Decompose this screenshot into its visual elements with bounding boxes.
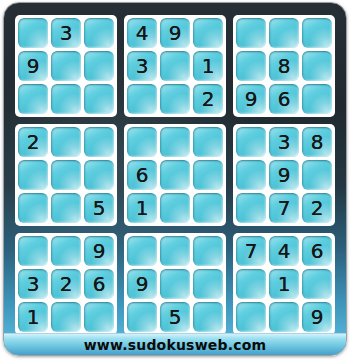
board-frame: 3949312896256138972932619574619 www.sudo… [3, 2, 347, 356]
cell-r6c9[interactable]: 2 [302, 193, 332, 223]
cell-r9c3[interactable] [84, 302, 114, 332]
cell-r7c7[interactable]: 7 [236, 236, 266, 266]
digit: 7 [278, 198, 291, 218]
digit: 6 [311, 241, 324, 261]
cell-r4c7[interactable] [236, 127, 266, 157]
cell-r3c6[interactable]: 2 [193, 84, 223, 114]
cell-r5c7[interactable] [236, 160, 266, 190]
digit: 4 [136, 23, 149, 43]
cell-r9c7[interactable] [236, 302, 266, 332]
cell-r8c3[interactable]: 6 [84, 269, 114, 299]
cell-r8c5[interactable] [160, 269, 190, 299]
box-3-1: 93261 [15, 233, 117, 335]
cell-r3c7[interactable]: 9 [236, 84, 266, 114]
cell-r2c4[interactable]: 3 [127, 51, 157, 81]
cell-r3c2[interactable] [51, 84, 81, 114]
cell-r9c5[interactable]: 5 [160, 302, 190, 332]
cell-r3c5[interactable] [160, 84, 190, 114]
cell-r7c2[interactable] [51, 236, 81, 266]
cell-r1c9[interactable] [302, 18, 332, 48]
box-1-1: 39 [15, 15, 117, 117]
cell-r2c3[interactable] [84, 51, 114, 81]
page: 3949312896256138972932619574619 www.sudo… [0, 0, 350, 360]
digit: 2 [60, 274, 73, 294]
cell-r4c5[interactable] [160, 127, 190, 157]
cell-r5c6[interactable] [193, 160, 223, 190]
digit: 2 [27, 132, 40, 152]
cell-r6c5[interactable] [160, 193, 190, 223]
digit: 9 [27, 56, 40, 76]
digit: 2 [202, 89, 215, 109]
cell-r8c2[interactable]: 2 [51, 269, 81, 299]
cell-r1c3[interactable] [84, 18, 114, 48]
digit: 1 [27, 307, 40, 327]
site-link[interactable]: www.sudokusweb.com [84, 337, 267, 353]
digit: 6 [278, 89, 291, 109]
cell-r5c5[interactable] [160, 160, 190, 190]
digit: 3 [136, 56, 149, 76]
cell-r3c9[interactable] [302, 84, 332, 114]
cell-r7c9[interactable]: 6 [302, 236, 332, 266]
cell-r8c4[interactable]: 9 [127, 269, 157, 299]
cell-r7c6[interactable] [193, 236, 223, 266]
cell-r7c8[interactable]: 4 [269, 236, 299, 266]
cell-r2c9[interactable] [302, 51, 332, 81]
digit: 1 [202, 56, 215, 76]
cell-r9c4[interactable] [127, 302, 157, 332]
cell-r7c1[interactable] [18, 236, 48, 266]
cell-r7c5[interactable] [160, 236, 190, 266]
digit: 9 [278, 165, 291, 185]
digit: 3 [60, 23, 73, 43]
digit: 6 [136, 165, 149, 185]
box-1-3: 896 [233, 15, 335, 117]
cell-r8c6[interactable] [193, 269, 223, 299]
cell-r9c8[interactable] [269, 302, 299, 332]
digit: 9 [169, 23, 182, 43]
box-1-2: 49312 [124, 15, 226, 117]
cell-r1c5[interactable]: 9 [160, 18, 190, 48]
cell-r6c8[interactable]: 7 [269, 193, 299, 223]
cell-r5c8[interactable]: 9 [269, 160, 299, 190]
digit: 9 [245, 89, 258, 109]
cell-r2c8[interactable]: 8 [269, 51, 299, 81]
digit: 3 [278, 132, 291, 152]
box-2-2: 61 [124, 124, 226, 226]
digit: 9 [93, 241, 106, 261]
cell-r2c2[interactable] [51, 51, 81, 81]
cell-r7c4[interactable] [127, 236, 157, 266]
cell-r3c8[interactable]: 6 [269, 84, 299, 114]
digit: 9 [136, 274, 149, 294]
cell-r6c4[interactable]: 1 [127, 193, 157, 223]
cell-r8c7[interactable] [236, 269, 266, 299]
cell-r6c1[interactable] [18, 193, 48, 223]
cell-r1c6[interactable] [193, 18, 223, 48]
cell-r6c7[interactable] [236, 193, 266, 223]
cell-r4c4[interactable] [127, 127, 157, 157]
cell-r3c1[interactable] [18, 84, 48, 114]
cell-r5c4[interactable]: 6 [127, 160, 157, 190]
cell-r7c3[interactable]: 9 [84, 236, 114, 266]
digit: 5 [169, 307, 182, 327]
cell-r2c7[interactable] [236, 51, 266, 81]
cell-r9c1[interactable]: 1 [18, 302, 48, 332]
box-2-3: 38972 [233, 124, 335, 226]
digit: 5 [93, 198, 106, 218]
digit: 3 [27, 274, 40, 294]
cell-r6c3[interactable]: 5 [84, 193, 114, 223]
cell-r6c6[interactable] [193, 193, 223, 223]
cell-r6c2[interactable] [51, 193, 81, 223]
digit: 1 [136, 198, 149, 218]
digit: 2 [311, 198, 324, 218]
cell-r5c1[interactable] [18, 160, 48, 190]
cell-r3c3[interactable] [84, 84, 114, 114]
footer-bar: www.sudokusweb.com [4, 333, 346, 355]
cell-r1c8[interactable] [269, 18, 299, 48]
cell-r1c2[interactable]: 3 [51, 18, 81, 48]
cell-r1c4[interactable]: 4 [127, 18, 157, 48]
cell-r8c1[interactable]: 3 [18, 269, 48, 299]
digit: 7 [245, 241, 258, 261]
cell-r8c8[interactable]: 1 [269, 269, 299, 299]
digit: 8 [278, 56, 291, 76]
digit: 9 [311, 307, 324, 327]
cell-r4c9[interactable]: 8 [302, 127, 332, 157]
cell-r9c2[interactable] [51, 302, 81, 332]
digit: 1 [278, 274, 291, 294]
cell-r2c1[interactable]: 9 [18, 51, 48, 81]
cell-r1c1[interactable] [18, 18, 48, 48]
cell-r4c1[interactable]: 2 [18, 127, 48, 157]
box-3-3: 74619 [233, 233, 335, 335]
cell-r3c4[interactable] [127, 84, 157, 114]
box-3-2: 95 [124, 233, 226, 335]
cell-r4c2[interactable] [51, 127, 81, 157]
cell-r4c3[interactable] [84, 127, 114, 157]
sudoku-grid: 3949312896256138972932619574619 [15, 15, 335, 335]
digit: 4 [278, 241, 291, 261]
cell-r9c6[interactable] [193, 302, 223, 332]
cell-r9c9[interactable]: 9 [302, 302, 332, 332]
cell-r1c7[interactable] [236, 18, 266, 48]
cell-r4c8[interactable]: 3 [269, 127, 299, 157]
cell-r5c3[interactable] [84, 160, 114, 190]
cell-r2c5[interactable] [160, 51, 190, 81]
digit: 8 [311, 132, 324, 152]
cell-r5c9[interactable] [302, 160, 332, 190]
digit: 6 [93, 274, 106, 294]
cell-r5c2[interactable] [51, 160, 81, 190]
cell-r4c6[interactable] [193, 127, 223, 157]
cell-r2c6[interactable]: 1 [193, 51, 223, 81]
cell-r8c9[interactable] [302, 269, 332, 299]
box-2-1: 25 [15, 124, 117, 226]
